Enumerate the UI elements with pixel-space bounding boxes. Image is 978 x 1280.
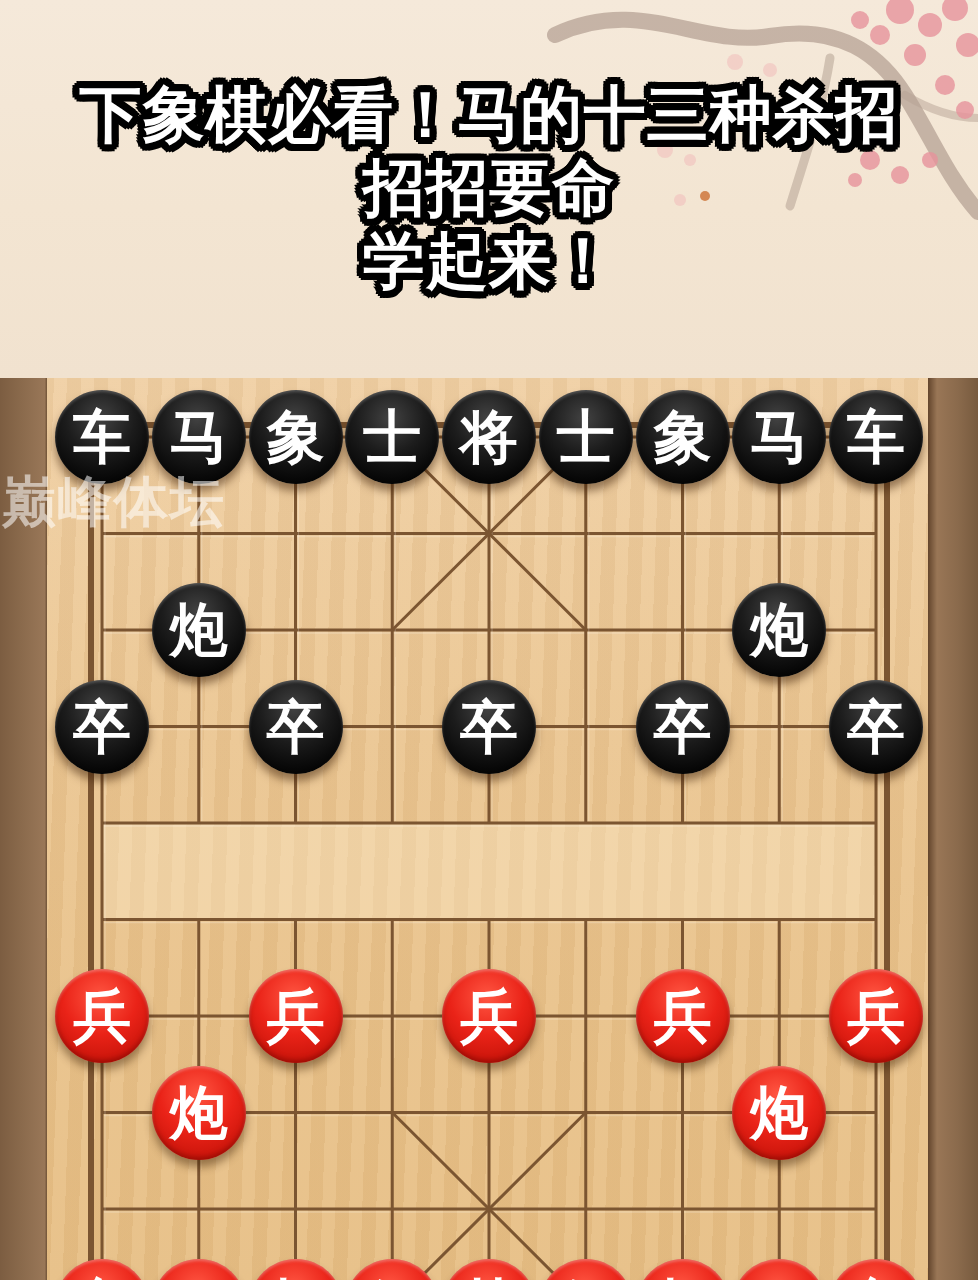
piece-red-soldier[interactable]: 兵 — [55, 969, 149, 1063]
piece-black-elephant[interactable]: 象 — [249, 390, 343, 484]
title-line-3: 学起来！ — [0, 224, 978, 297]
piece-black-soldier[interactable]: 卒 — [55, 680, 149, 774]
piece-black-soldier[interactable]: 卒 — [636, 680, 730, 774]
piece-red-soldier[interactable]: 兵 — [249, 969, 343, 1063]
piece-black-soldier[interactable]: 卒 — [442, 680, 536, 774]
piece-black-soldier[interactable]: 卒 — [249, 680, 343, 774]
piece-red-soldier[interactable]: 兵 — [636, 969, 730, 1063]
piece-black-horse[interactable]: 马 — [732, 390, 826, 484]
piece-black-soldier[interactable]: 卒 — [829, 680, 923, 774]
title-line-1: 下象棋必看！马的十三种杀招 — [0, 78, 978, 151]
page: 下象棋必看！马的十三种杀招 招招要命 学起来！ 车马象士将士象马车炮炮卒卒卒卒卒… — [0, 0, 978, 1280]
title-line-2: 招招要命 — [0, 151, 978, 224]
piece-red-cannon[interactable]: 炮 — [732, 1066, 826, 1160]
watermark: 巅峰体坛 — [2, 466, 226, 539]
piece-black-elephant[interactable]: 象 — [636, 390, 730, 484]
piece-black-cannon[interactable]: 炮 — [732, 583, 826, 677]
board-border-right — [928, 378, 978, 1280]
piece-red-soldier[interactable]: 兵 — [442, 969, 536, 1063]
piece-red-soldier[interactable]: 兵 — [829, 969, 923, 1063]
title-banner: 下象棋必看！马的十三种杀招 招招要命 学起来！ — [0, 0, 978, 378]
page-title: 下象棋必看！马的十三种杀招 招招要命 学起来！ — [0, 78, 978, 297]
piece-black-chariot[interactable]: 车 — [829, 390, 923, 484]
piece-black-general[interactable]: 将 — [442, 390, 536, 484]
piece-black-cannon[interactable]: 炮 — [152, 583, 246, 677]
board-area: 车马象士将士象马车炮炮卒卒卒卒卒兵兵兵兵兵炮炮车马相仕帅仕相马车 巅峰体坛 — [0, 378, 978, 1280]
piece-red-cannon[interactable]: 炮 — [152, 1066, 246, 1160]
piece-black-advisor[interactable]: 士 — [539, 390, 633, 484]
piece-black-advisor[interactable]: 士 — [345, 390, 439, 484]
